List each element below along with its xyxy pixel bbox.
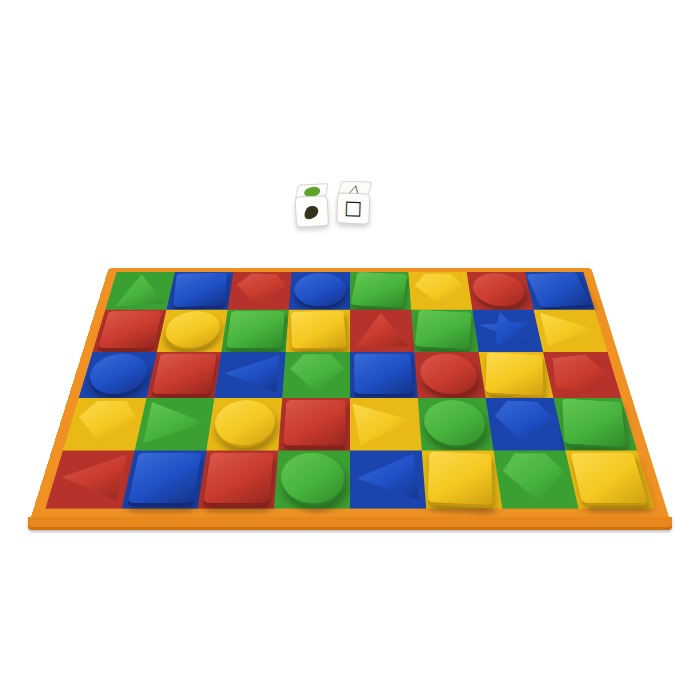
board-cell-green — [411, 310, 479, 352]
shape-block-red-square[interactable] — [152, 354, 216, 394]
board-cell-red — [93, 310, 167, 352]
shape-block-green-square[interactable] — [226, 311, 284, 347]
shape-block-blue-triangle-left[interactable] — [353, 452, 423, 505]
board-cell-blue — [472, 310, 543, 352]
board-cell-red — [543, 352, 621, 399]
board-cell-yellow — [479, 352, 554, 399]
board-cell-blue — [214, 352, 285, 399]
shape-block-yellow-square[interactable] — [571, 452, 648, 503]
board-cell-green — [350, 272, 411, 310]
shape-block-yellow-triangle-right[interactable] — [538, 311, 602, 347]
shape-block-yellow-triangle-right[interactable] — [351, 399, 420, 447]
shape-block-yellow-pentagon-down[interactable] — [413, 273, 468, 306]
shape-block-blue-square[interactable] — [128, 452, 201, 503]
board-cell-yellow — [350, 398, 422, 450]
board-cell-yellow — [286, 310, 350, 352]
shape-block-yellow-square[interactable] — [428, 451, 493, 504]
board-cell-yellow — [534, 310, 608, 352]
wild-icon — [305, 205, 319, 218]
shape-die[interactable]: △ □ — [336, 180, 370, 224]
board-cell-yellow — [422, 450, 503, 508]
square-outline-icon: □ — [344, 198, 363, 218]
shape-block-blue-square[interactable] — [526, 272, 592, 308]
dice-tray: △ □ — [295, 184, 370, 227]
shape-block-red-square[interactable] — [98, 311, 162, 347]
shape-block-red-circle[interactable] — [417, 353, 482, 395]
board-cell-red — [146, 352, 221, 399]
shape-block-blue-pentagon-down[interactable] — [493, 399, 556, 446]
board-grid — [45, 272, 654, 509]
shape-block-red-triangle-up[interactable] — [354, 311, 409, 347]
shape-block-red-circle[interactable] — [469, 273, 530, 307]
board-cell-blue — [289, 272, 350, 310]
board-cell-blue — [350, 450, 426, 508]
shape-block-yellow-pentagon-down[interactable] — [69, 400, 141, 445]
board-cell-red — [467, 272, 534, 310]
shape-block-green-square[interactable] — [415, 310, 472, 349]
board-cell-red — [278, 398, 350, 450]
board-cell-red — [350, 310, 414, 352]
game-photo: △ □ — [0, 0, 700, 700]
board-cell-green — [554, 398, 637, 450]
shape-block-green-circle[interactable] — [279, 451, 349, 505]
shape-block-green-pentagon-down[interactable] — [499, 452, 572, 503]
shape-block-green-square[interactable] — [562, 399, 626, 447]
shape-block-red-triangle-left[interactable] — [52, 452, 129, 503]
board-cell-blue — [525, 272, 595, 310]
board-cell-yellow — [408, 272, 472, 310]
board-cell-green — [221, 310, 289, 352]
board-cell-blue — [350, 352, 418, 399]
shape-block-blue-circle[interactable] — [293, 273, 346, 306]
board-front-edge — [28, 517, 672, 530]
board-cell-green — [274, 450, 350, 508]
board-cell-green — [282, 352, 350, 399]
shape-block-blue-circle[interactable] — [86, 353, 150, 395]
board-cell-red — [414, 352, 485, 399]
shape-block-yellow-square[interactable] — [291, 311, 347, 349]
shape-block-blue-triangle-left[interactable] — [220, 354, 281, 394]
board-cell-blue — [486, 398, 566, 450]
shape-block-yellow-circle[interactable] — [160, 310, 225, 348]
shape-block-red-pentagon-down[interactable] — [230, 272, 289, 307]
board-cell-green — [418, 398, 494, 450]
board-cell-green — [135, 398, 215, 450]
shape-block-green-triangle-right[interactable] — [141, 400, 209, 445]
board-cell-yellow — [63, 398, 146, 450]
shape-block-blue-square[interactable] — [355, 354, 413, 394]
board-cell-blue — [122, 450, 207, 508]
shape-die-front-face: □ — [336, 192, 370, 224]
shape-block-blue-star[interactable] — [474, 310, 541, 349]
shape-block-blue-square[interactable] — [173, 273, 227, 307]
color-die[interactable] — [294, 183, 329, 228]
board-cell-yellow — [157, 310, 228, 352]
board-cell-green — [494, 450, 579, 508]
board-cell-red — [45, 450, 134, 508]
board-cell-yellow — [565, 450, 654, 508]
shape-block-red-square[interactable] — [284, 400, 346, 445]
shape-block-yellow-circle[interactable] — [214, 399, 276, 446]
board-cell-yellow — [206, 398, 282, 450]
shape-block-green-triangle-up[interactable] — [114, 272, 167, 308]
color-die-front-face — [295, 195, 330, 228]
board-cell-blue — [166, 272, 233, 310]
board-cell-red — [228, 272, 292, 310]
board-cell-red — [198, 450, 279, 508]
shape-block-green-square[interactable] — [351, 272, 408, 308]
shape-block-green-pentagon-down[interactable] — [287, 354, 345, 394]
board-cell-blue — [79, 352, 157, 399]
shape-block-yellow-square[interactable] — [486, 352, 544, 395]
shape-block-green-circle[interactable] — [423, 400, 488, 445]
board — [30, 268, 670, 520]
shape-block-red-pentagon-right[interactable] — [550, 353, 613, 395]
shape-block-red-square[interactable] — [204, 452, 273, 503]
board-cell-green — [105, 272, 175, 310]
